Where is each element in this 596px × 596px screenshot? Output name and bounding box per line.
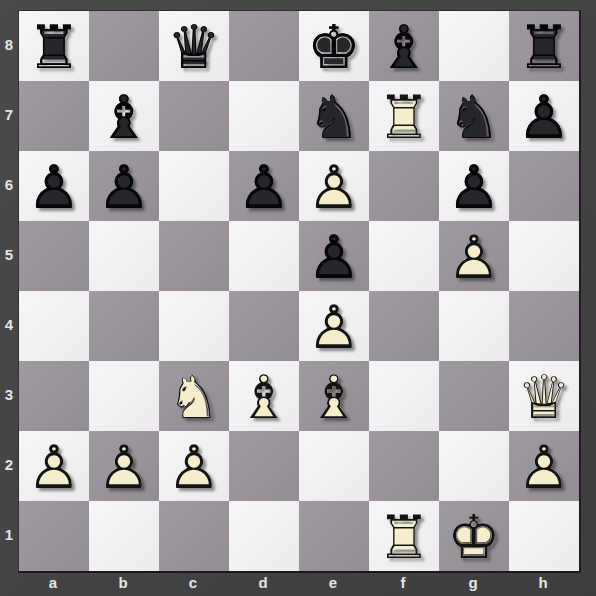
square-c4[interactable] xyxy=(159,291,229,361)
rank-label-2: 2 xyxy=(0,430,18,500)
square-d3[interactable]: ♝♗ xyxy=(229,361,299,431)
black-pawn-outline-glyph: ♙ xyxy=(439,151,509,221)
square-f6[interactable] xyxy=(369,151,439,221)
square-f7[interactable]: ♜♖ xyxy=(369,81,439,151)
piece-black-king[interactable]: ♚♔ xyxy=(299,11,369,81)
rank-label-5: 5 xyxy=(0,220,18,290)
square-h4[interactable] xyxy=(509,291,579,361)
square-b7[interactable]: ♝♗ xyxy=(89,81,159,151)
piece-white-pawn[interactable]: ♟♙ xyxy=(299,291,369,361)
square-a7[interactable] xyxy=(19,81,89,151)
black-pawn-outline-glyph: ♙ xyxy=(89,151,159,221)
square-f2[interactable] xyxy=(369,431,439,501)
chessboard: ♜♖♛♕♚♔♝♗♜♖♝♗♞♘♜♖♞♘♟♙♟♙♟♙♟♙♟♙♟♙♟♙♟♙♟♙♞♘♝♗… xyxy=(18,10,581,573)
black-knight-outline-glyph: ♘ xyxy=(439,81,509,151)
black-knight-outline-glyph: ♘ xyxy=(299,81,369,151)
white-pawn-outline-glyph: ♙ xyxy=(19,431,89,501)
square-f1[interactable]: ♜♖ xyxy=(369,501,439,571)
piece-white-king[interactable]: ♚♔ xyxy=(439,501,509,571)
board-frame: 87654321 ♜♖♛♕♚♔♝♗♜♖♝♗♞♘♜♖♞♘♟♙♟♙♟♙♟♙♟♙♟♙♟… xyxy=(0,0,596,596)
piece-black-knight[interactable]: ♞♘ xyxy=(299,81,369,151)
square-a8[interactable]: ♜♖ xyxy=(19,11,89,81)
file-label-a: a xyxy=(18,572,88,596)
square-d6[interactable]: ♟♙ xyxy=(229,151,299,221)
piece-black-pawn[interactable]: ♟♙ xyxy=(19,151,89,221)
white-pawn-outline-glyph: ♙ xyxy=(299,291,369,361)
black-rook-outline-glyph: ♖ xyxy=(509,11,579,81)
piece-black-pawn[interactable]: ♟♙ xyxy=(299,221,369,291)
square-g3[interactable] xyxy=(439,361,509,431)
white-bishop-outline-glyph: ♗ xyxy=(299,361,369,431)
square-b5[interactable] xyxy=(89,221,159,291)
square-b4[interactable] xyxy=(89,291,159,361)
piece-white-rook[interactable]: ♜♖ xyxy=(369,81,439,151)
piece-black-pawn[interactable]: ♟♙ xyxy=(509,81,579,151)
square-c7[interactable] xyxy=(159,81,229,151)
square-f5[interactable] xyxy=(369,221,439,291)
square-a6[interactable]: ♟♙ xyxy=(19,151,89,221)
square-h8[interactable]: ♜♖ xyxy=(509,11,579,81)
piece-white-pawn[interactable]: ♟♙ xyxy=(509,431,579,501)
piece-white-rook[interactable]: ♜♖ xyxy=(369,501,439,571)
white-bishop-outline-glyph: ♗ xyxy=(229,361,299,431)
square-a2[interactable]: ♟♙ xyxy=(19,431,89,501)
rank-labels: 87654321 xyxy=(0,10,18,570)
black-pawn-outline-glyph: ♙ xyxy=(299,221,369,291)
piece-white-pawn[interactable]: ♟♙ xyxy=(89,431,159,501)
piece-white-pawn[interactable]: ♟♙ xyxy=(159,431,229,501)
piece-white-bishop[interactable]: ♝♗ xyxy=(299,361,369,431)
piece-white-pawn[interactable]: ♟♙ xyxy=(299,151,369,221)
white-pawn-outline-glyph: ♙ xyxy=(299,151,369,221)
square-c2[interactable]: ♟♙ xyxy=(159,431,229,501)
file-label-d: d xyxy=(228,572,298,596)
square-h3[interactable]: ♛♕ xyxy=(509,361,579,431)
square-d1[interactable] xyxy=(229,501,299,571)
piece-black-pawn[interactable]: ♟♙ xyxy=(89,151,159,221)
rank-label-7: 7 xyxy=(0,80,18,150)
square-e8[interactable]: ♚♔ xyxy=(299,11,369,81)
square-e4[interactable]: ♟♙ xyxy=(299,291,369,361)
white-pawn-outline-glyph: ♙ xyxy=(439,221,509,291)
square-b2[interactable]: ♟♙ xyxy=(89,431,159,501)
black-queen-outline-glyph: ♕ xyxy=(159,11,229,81)
square-d5[interactable] xyxy=(229,221,299,291)
black-king-outline-glyph: ♔ xyxy=(299,11,369,81)
square-f4[interactable] xyxy=(369,291,439,361)
black-bishop-outline-glyph: ♗ xyxy=(369,11,439,81)
square-d8[interactable] xyxy=(229,11,299,81)
square-b8[interactable] xyxy=(89,11,159,81)
square-a3[interactable] xyxy=(19,361,89,431)
square-d2[interactable] xyxy=(229,431,299,501)
square-g5[interactable]: ♟♙ xyxy=(439,221,509,291)
square-h1[interactable] xyxy=(509,501,579,571)
rank-label-6: 6 xyxy=(0,150,18,220)
black-bishop-outline-glyph: ♗ xyxy=(89,81,159,151)
black-rook-outline-glyph: ♖ xyxy=(19,11,89,81)
black-pawn-outline-glyph: ♙ xyxy=(229,151,299,221)
rank-label-4: 4 xyxy=(0,290,18,360)
piece-black-bishop[interactable]: ♝♗ xyxy=(89,81,159,151)
square-g1[interactable]: ♚♔ xyxy=(439,501,509,571)
square-a5[interactable] xyxy=(19,221,89,291)
black-pawn-outline-glyph: ♙ xyxy=(19,151,89,221)
square-b3[interactable] xyxy=(89,361,159,431)
square-a4[interactable] xyxy=(19,291,89,361)
white-rook-outline-glyph: ♖ xyxy=(369,501,439,571)
file-labels: abcdefgh xyxy=(18,572,578,596)
file-label-f: f xyxy=(368,572,438,596)
square-h5[interactable] xyxy=(509,221,579,291)
square-h6[interactable] xyxy=(509,151,579,221)
piece-white-pawn[interactable]: ♟♙ xyxy=(439,221,509,291)
piece-black-rook[interactable]: ♜♖ xyxy=(19,11,89,81)
piece-white-pawn[interactable]: ♟♙ xyxy=(19,431,89,501)
piece-white-knight[interactable]: ♞♘ xyxy=(159,361,229,431)
square-g4[interactable] xyxy=(439,291,509,361)
square-c8[interactable]: ♛♕ xyxy=(159,11,229,81)
square-d4[interactable] xyxy=(229,291,299,361)
piece-black-bishop[interactable]: ♝♗ xyxy=(369,11,439,81)
square-f3[interactable] xyxy=(369,361,439,431)
square-g2[interactable] xyxy=(439,431,509,501)
square-g7[interactable]: ♞♘ xyxy=(439,81,509,151)
piece-black-queen[interactable]: ♛♕ xyxy=(159,11,229,81)
square-e5[interactable]: ♟♙ xyxy=(299,221,369,291)
square-h2[interactable]: ♟♙ xyxy=(509,431,579,501)
square-e2[interactable] xyxy=(299,431,369,501)
square-e7[interactable]: ♞♘ xyxy=(299,81,369,151)
square-e3[interactable]: ♝♗ xyxy=(299,361,369,431)
white-queen-outline-glyph: ♕ xyxy=(509,361,579,431)
white-king-outline-glyph: ♔ xyxy=(439,501,509,571)
file-label-c: c xyxy=(158,572,228,596)
file-label-e: e xyxy=(298,572,368,596)
square-g8[interactable] xyxy=(439,11,509,81)
square-c1[interactable] xyxy=(159,501,229,571)
white-knight-outline-glyph: ♘ xyxy=(159,361,229,431)
white-pawn-outline-glyph: ♙ xyxy=(89,431,159,501)
square-c5[interactable] xyxy=(159,221,229,291)
white-pawn-outline-glyph: ♙ xyxy=(509,431,579,501)
piece-white-queen[interactable]: ♛♕ xyxy=(509,361,579,431)
square-c6[interactable] xyxy=(159,151,229,221)
black-pawn-outline-glyph: ♙ xyxy=(509,81,579,151)
file-label-b: b xyxy=(88,572,158,596)
square-g6[interactable]: ♟♙ xyxy=(439,151,509,221)
piece-black-pawn[interactable]: ♟♙ xyxy=(229,151,299,221)
square-c3[interactable]: ♞♘ xyxy=(159,361,229,431)
square-d7[interactable] xyxy=(229,81,299,151)
square-b1[interactable] xyxy=(89,501,159,571)
white-pawn-outline-glyph: ♙ xyxy=(159,431,229,501)
file-label-g: g xyxy=(438,572,508,596)
piece-white-bishop[interactable]: ♝♗ xyxy=(229,361,299,431)
rank-label-1: 1 xyxy=(0,500,18,570)
piece-black-pawn[interactable]: ♟♙ xyxy=(439,151,509,221)
square-a1[interactable] xyxy=(19,501,89,571)
white-rook-outline-glyph: ♖ xyxy=(369,81,439,151)
file-label-h: h xyxy=(508,572,578,596)
rank-label-8: 8 xyxy=(0,10,18,80)
square-f8[interactable]: ♝♗ xyxy=(369,11,439,81)
square-e1[interactable] xyxy=(299,501,369,571)
rank-label-3: 3 xyxy=(0,360,18,430)
piece-black-rook[interactable]: ♜♖ xyxy=(509,11,579,81)
piece-black-knight[interactable]: ♞♘ xyxy=(439,81,509,151)
square-e6[interactable]: ♟♙ xyxy=(299,151,369,221)
square-h7[interactable]: ♟♙ xyxy=(509,81,579,151)
square-b6[interactable]: ♟♙ xyxy=(89,151,159,221)
